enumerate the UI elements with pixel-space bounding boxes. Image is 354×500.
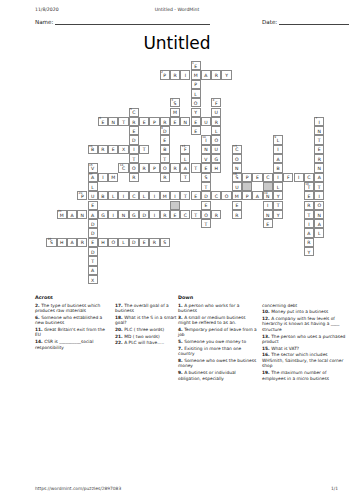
cell-letter: N	[119, 212, 127, 220]
cell-letter: P	[243, 193, 251, 201]
cell-letter: T	[140, 146, 148, 154]
grid-cell: E	[129, 126, 139, 135]
grid-cell: O	[221, 191, 231, 200]
grid-cell: S	[201, 173, 211, 182]
cell-letter: T	[202, 221, 210, 229]
grid-cell: R	[304, 238, 314, 247]
cell-letter: E	[192, 193, 200, 201]
grid-cell: H	[98, 238, 108, 247]
clue-item: 21. MD ( two words)	[115, 334, 177, 340]
grid-cell: A	[201, 70, 211, 79]
grid-cell: 2P	[160, 70, 170, 79]
clue-item: 7. Exisiting in more than one country	[178, 346, 258, 357]
grid-cell: R	[232, 210, 242, 219]
grid-cell: I	[108, 210, 118, 219]
grid-cell: E	[170, 117, 180, 126]
cell-letter: R	[212, 212, 220, 220]
cell-letter: M	[58, 212, 66, 220]
cell-letter: A	[202, 72, 210, 80]
grid-cell: E	[263, 219, 273, 228]
clue-item: 17. The overall goal of a business	[115, 303, 177, 314]
grid-cell: I	[273, 173, 283, 182]
grid-cell: 1E	[191, 61, 201, 70]
grid-cell: R	[314, 154, 324, 163]
grid-cell: D	[129, 238, 139, 247]
cell-letter: I	[150, 212, 158, 220]
grid-cell: 8D	[160, 126, 170, 135]
grid-cell: I	[314, 191, 324, 200]
grid-cell: T	[180, 173, 190, 182]
grid-cell: I	[149, 210, 159, 219]
grid-cell: D	[139, 210, 149, 219]
grid-cell: T	[304, 210, 314, 219]
grid-cell: V	[201, 154, 211, 163]
cell-letter: H	[99, 239, 107, 247]
grid-cell: E	[304, 191, 314, 200]
clue-item: 2. The type of business which produces r…	[35, 303, 111, 314]
cell-letter: A	[68, 239, 76, 247]
grid-cell: Y	[273, 210, 283, 219]
grid-cell: O	[129, 163, 139, 172]
grid-cell: L	[273, 182, 283, 191]
cell-letter: E	[171, 212, 179, 220]
grid-cell: R	[160, 173, 170, 182]
grid-cell: L	[108, 191, 118, 200]
cell-letter: T	[181, 193, 189, 201]
grid-cell: N	[314, 210, 324, 219]
grid-cell: 4F	[211, 98, 221, 107]
grid-cell: 17A	[88, 173, 98, 182]
grid-cell: T	[191, 210, 201, 219]
down-clue-list-2: concerning debt10. Money put into a busi…	[262, 303, 346, 382]
grid-cell: 10I	[201, 135, 211, 144]
grid-cell: X	[88, 275, 98, 284]
grid-cell: R	[211, 70, 221, 79]
grid-cell: P	[149, 117, 159, 126]
clue-item: 3. A small or medium business might be r…	[178, 315, 258, 326]
across-clues-col1: Across 2. The type of business which pro…	[35, 295, 111, 351]
grid-cell: R	[98, 145, 108, 154]
grid-cell: 6E	[98, 117, 108, 126]
clue-item: 12. A company with few levels of hierarc…	[262, 316, 346, 333]
grid-cell: P	[191, 80, 201, 89]
clue-item: 8. Someone who owes the business money	[178, 358, 258, 369]
grid-cell: U	[211, 108, 221, 117]
cell-letter: P	[78, 193, 86, 201]
grid-cell: O	[211, 135, 221, 144]
across-header: Across	[35, 295, 111, 301]
grid-cell: T	[191, 163, 201, 172]
cell-letter: R	[212, 72, 220, 80]
cell-letter: Y	[305, 249, 313, 257]
grid-cell: E	[88, 238, 98, 247]
cell-letter: E	[140, 119, 148, 127]
grid-cell: N	[108, 117, 118, 126]
grid-cell: A	[180, 163, 190, 172]
clue-item: 4. Temporary period of leave from a job	[178, 327, 258, 338]
cell-letter: P	[161, 72, 169, 80]
cell-letter: U	[202, 119, 210, 127]
grid-cell: T	[314, 135, 324, 144]
cell-letter: L	[119, 239, 127, 247]
grid-cell: I	[129, 145, 139, 154]
grid-cell: E	[252, 173, 262, 182]
clue-item: 13. The person who uses a purchased prod…	[262, 334, 346, 345]
grid-cell: E	[314, 145, 324, 154]
grid-cell: P	[242, 191, 252, 200]
cell-letter: S	[47, 239, 55, 247]
cell-letter: E	[253, 174, 261, 182]
grid-cell: R	[160, 210, 170, 219]
cell-letter: E	[140, 239, 148, 247]
cell-letter: I	[119, 193, 127, 201]
grid-cell: I	[149, 191, 159, 200]
header-date: 11/8/2020	[35, 7, 59, 12]
cell-letter: I	[150, 193, 158, 201]
cell-letter: O	[109, 239, 117, 247]
grid-cell: B	[273, 163, 283, 172]
grid-cell: 16T	[304, 182, 314, 191]
cell-letter: L	[315, 230, 323, 238]
grid-cell: H	[211, 163, 221, 172]
grid-cell: E	[170, 210, 180, 219]
grid-cell: C	[304, 173, 314, 182]
grid-cell: 14C	[118, 163, 128, 172]
grid-cell: R	[170, 70, 180, 79]
grid-cell: N	[180, 117, 190, 126]
grid-cell: R	[211, 210, 221, 219]
cell-letter: A	[68, 212, 76, 220]
grid-cell: T	[118, 117, 128, 126]
grid-cell: T	[201, 219, 211, 228]
grid-cell: D	[88, 228, 98, 237]
grid-cell: Y	[191, 108, 201, 117]
cell-letter: R	[140, 165, 148, 173]
clue-item: 18. What is the S in a smart goal?	[115, 315, 177, 326]
cell-letter: B	[99, 193, 107, 201]
grid-cell: E	[232, 201, 242, 210]
grid-cell: E	[191, 117, 201, 126]
cell-letter: E	[264, 221, 272, 229]
grid-cell: B	[98, 191, 108, 200]
grid-cell	[242, 182, 252, 191]
grid-cell: 9L	[273, 135, 283, 144]
cell-letter: G	[99, 212, 107, 220]
across-clues-col2: 17. The overall goal of a business18. Wh…	[115, 295, 177, 347]
grid-cell: N	[263, 210, 273, 219]
page-title: Untitled	[0, 33, 354, 53]
grid-cell: T	[129, 154, 139, 163]
grid-cell: T	[314, 182, 324, 191]
clue-item: 14. CSR is __________social responsibili…	[35, 339, 111, 350]
grid-cell: T	[160, 154, 170, 163]
grid-cell: T	[273, 201, 283, 210]
grid-cell: R	[170, 163, 180, 172]
date-line	[279, 19, 349, 25]
page-number: 1/1	[331, 486, 338, 491]
header-doctitle: Untitled - WordMint	[155, 7, 200, 12]
grid-cell: I	[180, 70, 190, 79]
grid-cell: E	[201, 201, 211, 210]
cell-letter: R	[161, 212, 169, 220]
grid-cell: R	[304, 201, 314, 210]
grid-cell: I	[273, 145, 283, 154]
cell-letter: S	[161, 239, 169, 247]
cell-letter: L	[109, 193, 117, 201]
grid-cell: R	[139, 163, 149, 172]
grid-cell: 7I	[314, 117, 324, 126]
grid-cell: U	[201, 117, 211, 126]
grid-cell: D	[201, 191, 211, 200]
grid-cell: C	[263, 173, 273, 182]
across-clue-list-2: 17. The overall goal of a business18. Wh…	[115, 303, 177, 346]
clue-item: 20. PLC ( three words)	[115, 327, 177, 333]
cell-letter: M	[109, 174, 117, 182]
grid-cell: O	[314, 201, 324, 210]
grid-cell: E	[201, 163, 211, 172]
grid-cell: 13C	[232, 145, 242, 154]
clue-item: 11. Great Britain's exit from the EU	[35, 327, 111, 338]
clue-item: 5. Someone you owe money to	[178, 339, 258, 345]
cell-letter: C	[130, 193, 138, 201]
grid-cell: X	[118, 145, 128, 154]
grid-cell: A	[252, 191, 262, 200]
grid-cell: N	[201, 145, 211, 154]
grid-cell: I	[118, 191, 128, 200]
grid-cell: U	[232, 182, 242, 191]
grid-cell: C	[129, 191, 139, 200]
grid-cell: S	[160, 238, 170, 247]
grid-cell: R	[160, 117, 170, 126]
cell-letter: T	[181, 174, 189, 182]
grid-cell: L	[88, 182, 98, 191]
down-clue-list-1: 1. A person who works for a business3. A…	[178, 303, 258, 382]
clue-item: 16. The sector which includes WHSmith, S…	[262, 352, 346, 369]
grid-cell: E	[139, 117, 149, 126]
date-label: Date:	[262, 19, 277, 25]
grid-cell: P	[242, 173, 252, 182]
grid-cell: E	[139, 238, 149, 247]
cell-letter: X	[89, 277, 97, 285]
grid-cell: D	[88, 247, 98, 256]
grid-cell: I	[98, 173, 108, 182]
grid-cell: I	[294, 173, 304, 182]
grid-cell: M	[160, 191, 170, 200]
down-clues-col1: Down 1. A person who works for a busines…	[178, 295, 258, 382]
cell-letter: I	[181, 72, 189, 80]
grid-cell: A	[67, 238, 77, 247]
grid-cell: 21M	[57, 210, 67, 219]
cell-letter: C	[212, 193, 220, 201]
cell-letter: D	[130, 239, 138, 247]
cell-letter: N	[109, 119, 117, 127]
cell-letter: N	[78, 212, 86, 220]
clue-item: 15. What is VAT?	[262, 346, 346, 352]
grid-cell: I	[263, 201, 273, 210]
grid-cell: R	[149, 238, 159, 247]
grid-cell: A	[88, 210, 98, 219]
name-label: Name:	[35, 19, 53, 25]
name-line	[55, 19, 210, 25]
grid-cell: Y	[221, 70, 231, 79]
grid-cell: L	[211, 126, 221, 135]
cell-letter: T	[192, 212, 200, 220]
grid-cell: 12F	[180, 145, 190, 154]
across-clue-list-1: 2. The type of business which produces r…	[35, 303, 111, 351]
grid-cell: 15V	[88, 163, 98, 172]
grid-cell: M	[170, 108, 180, 117]
cell-letter: A	[253, 193, 261, 201]
cell-letter: I	[109, 212, 117, 220]
cell-letter: R	[161, 174, 169, 182]
date-field: Date:	[262, 19, 349, 25]
grid-cell: 5C	[129, 108, 139, 117]
grid-cell: E	[191, 126, 201, 135]
grid-cell: M	[232, 191, 242, 200]
grid-cell: 3S	[170, 98, 180, 107]
cell-letter: T	[192, 165, 200, 173]
grid-cell: E	[160, 135, 170, 144]
grid-cell: T	[139, 145, 149, 154]
grid-cell: A	[314, 219, 324, 228]
cell-letter: R	[233, 212, 241, 220]
cell-letter: P	[150, 119, 158, 127]
cell-letter: C	[181, 212, 189, 220]
grid-cell: D	[88, 219, 98, 228]
cell-letter: N	[181, 119, 189, 127]
grid-cell: T	[180, 191, 190, 200]
cell-letter: H	[58, 239, 66, 247]
grid-cell: O	[108, 238, 118, 247]
grid-cell: Y	[304, 247, 314, 256]
clue-item: 9. A business or individual obligation, …	[178, 370, 258, 381]
cell-letter: R	[130, 174, 138, 182]
clue-item: concerning debt	[262, 303, 346, 309]
cell-letter: C	[119, 165, 127, 173]
grid-cell: N	[314, 163, 324, 172]
cell-letter: X	[119, 146, 127, 154]
grid-cell: A	[67, 210, 77, 219]
grid-cell: G	[129, 210, 139, 219]
grid-cell: 19N	[263, 191, 273, 200]
grid-cell: P	[149, 163, 159, 172]
clue-item: 10. Money put into a business	[262, 309, 346, 315]
grid-cell: U	[88, 191, 98, 200]
grid-cell: A	[314, 173, 324, 182]
cell-letter: E	[99, 119, 107, 127]
grid-cell: R	[211, 117, 221, 126]
grid-cell: L	[139, 191, 149, 200]
cell-letter: Y	[274, 212, 282, 220]
grid-cell: O	[160, 163, 170, 172]
grid-cell: L	[191, 89, 201, 98]
cell-letter: E	[192, 128, 200, 136]
grid-cell: E	[191, 191, 201, 200]
grid-cell: N	[118, 210, 128, 219]
grid-cell: N	[77, 210, 87, 219]
clue-item: 22. A PLC will have.....	[115, 340, 177, 346]
grid-cell: F	[283, 173, 293, 182]
cell-letter: R	[99, 146, 107, 154]
grid-cell: G	[98, 210, 108, 219]
grid-cell: A	[88, 266, 98, 275]
grid-cell: N	[232, 163, 242, 172]
grid-cell: R	[129, 117, 139, 126]
cell-letter: F	[284, 174, 292, 182]
grid-cell: I	[304, 219, 314, 228]
grid-cell: A	[304, 228, 314, 237]
document-page: 11/8/2020 Untitled - WordMint Name: Date…	[0, 0, 354, 500]
cell-letter: I	[295, 174, 303, 182]
cell-letter: M	[161, 193, 169, 201]
grid-cell: M	[108, 173, 118, 182]
grid-cell: N	[314, 126, 324, 135]
cell-letter: R	[78, 239, 86, 247]
grid-cell: L	[118, 238, 128, 247]
grid-cell: I	[170, 191, 180, 200]
grid-cell: E	[108, 145, 118, 154]
cell-letter: R	[150, 239, 158, 247]
grid-cell: Y	[273, 191, 283, 200]
cell-letter: R	[171, 165, 179, 173]
grid-cell: T	[201, 182, 211, 191]
grid-cell	[170, 201, 180, 210]
clue-item: 19. The maximum number of employees in a…	[262, 370, 346, 381]
footer-url: https://wordmint.com/puzzles/2897083	[35, 486, 121, 491]
grid-cell: O	[232, 154, 242, 163]
grid-cell: R	[129, 173, 139, 182]
cell-letter: D	[140, 212, 148, 220]
cell-letter: O	[222, 193, 230, 201]
grid-cell: R	[77, 238, 87, 247]
grid-cell: 22S	[46, 238, 56, 247]
grid-cell: H	[57, 238, 67, 247]
grid-cell: 11B	[88, 145, 98, 154]
grid-cell: 20P	[77, 191, 87, 200]
grid-cell	[263, 182, 273, 191]
cell-letter: I	[99, 174, 107, 182]
cell-letter: P	[150, 165, 158, 173]
cell-letter: Y	[222, 72, 230, 80]
grid-cell: G	[211, 154, 221, 163]
cell-letter: R	[171, 72, 179, 80]
grid-cell: L	[314, 228, 324, 237]
grid-cell: A	[273, 154, 283, 163]
grid-cell: O	[191, 98, 201, 107]
grid-cell: L	[180, 154, 190, 163]
grid-cell: M	[191, 70, 201, 79]
clue-item: 1. A person who works for a business	[178, 303, 258, 314]
cell-letter: L	[140, 193, 148, 201]
grid-cell: 18S	[232, 173, 242, 182]
cell-letter: H	[212, 165, 220, 173]
down-header: Down	[178, 295, 258, 301]
grid-cell: E	[88, 201, 98, 210]
grid-cell: C	[211, 191, 221, 200]
cell-letter: E	[171, 119, 179, 127]
grid-cell: C	[180, 210, 190, 219]
grid-cell: O	[201, 210, 211, 219]
cell-letter: E	[109, 146, 117, 154]
grid-cell: T	[88, 256, 98, 265]
cell-letter: B	[89, 146, 97, 154]
grid-cell: U	[211, 145, 221, 154]
cell-letter: T	[119, 119, 127, 127]
grid-cell: B	[160, 145, 170, 154]
down-clues-col2: concerning debt10. Money put into a busi…	[262, 295, 346, 382]
cell-letter: G	[130, 212, 138, 220]
grid-cell: D	[129, 135, 139, 144]
